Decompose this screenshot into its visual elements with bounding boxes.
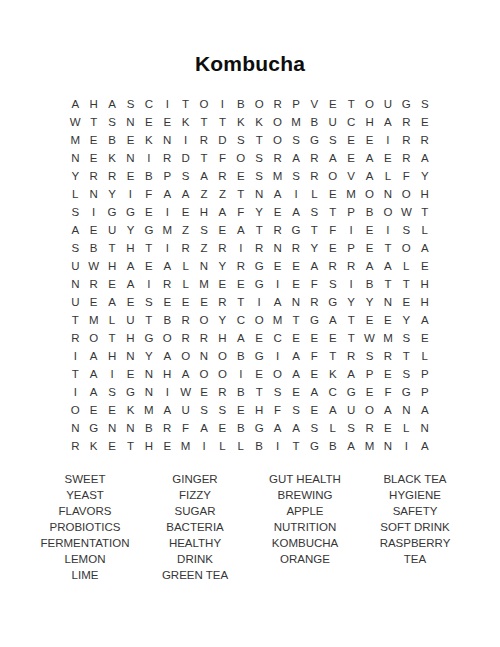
grid-cell-r8c1[interactable]: A xyxy=(66,221,84,239)
grid-cell-r15c12[interactable]: I xyxy=(268,347,286,365)
grid-cell-r12c16[interactable]: Y xyxy=(342,293,360,311)
grid-cell-r2c14[interactable]: B xyxy=(305,113,323,131)
grid-cell-r1c9[interactable]: I xyxy=(213,95,231,113)
grid-cell-r8c13[interactable]: G xyxy=(287,221,305,239)
grid-cell-r4c5[interactable]: I xyxy=(140,149,158,167)
grid-cell-r5c13[interactable]: S xyxy=(287,167,305,185)
grid-cell-r17c20[interactable]: P xyxy=(416,383,434,401)
grid-cell-r3c18[interactable]: I xyxy=(379,131,397,149)
grid-cell-r9c6[interactable]: I xyxy=(158,239,176,257)
grid-cell-r2c20[interactable]: E xyxy=(416,113,434,131)
grid-cell-r6c8[interactable]: Z xyxy=(195,185,213,203)
grid-cell-r15c3[interactable]: H xyxy=(103,347,121,365)
grid-cell-r20c10[interactable]: L xyxy=(232,437,250,455)
grid-cell-r17c18[interactable]: F xyxy=(379,383,397,401)
grid-cell-r7c16[interactable]: P xyxy=(342,203,360,221)
grid-cell-r4c9[interactable]: F xyxy=(213,149,231,167)
grid-cell-r11c19[interactable]: T xyxy=(397,275,415,293)
grid-cell-r6c1[interactable]: L xyxy=(66,185,84,203)
grid-cell-r1c2[interactable]: H xyxy=(84,95,102,113)
grid-cell-r1c6[interactable]: I xyxy=(158,95,176,113)
grid-cell-r7c1[interactable]: S xyxy=(66,203,84,221)
grid-cell-r5c5[interactable]: B xyxy=(140,167,158,185)
grid-cell-r14c16[interactable]: T xyxy=(342,329,360,347)
grid-cell-r11c17[interactable]: B xyxy=(360,275,378,293)
grid-cell-r14c6[interactable]: O xyxy=(158,329,176,347)
grid-cell-r20c18[interactable]: N xyxy=(379,437,397,455)
grid-cell-r3c16[interactable]: E xyxy=(342,131,360,149)
grid-cell-r6c11[interactable]: N xyxy=(250,185,268,203)
grid-cell-r8c18[interactable]: I xyxy=(379,221,397,239)
grid-cell-r16c2[interactable]: A xyxy=(84,365,102,383)
grid-cell-r5c7[interactable]: S xyxy=(176,167,194,185)
grid-cell-r8c2[interactable]: E xyxy=(84,221,102,239)
grid-cell-r12c2[interactable]: E xyxy=(84,293,102,311)
grid-cell-r14c18[interactable]: M xyxy=(379,329,397,347)
grid-cell-r10c17[interactable]: A xyxy=(360,257,378,275)
grid-cell-r3c9[interactable]: D xyxy=(213,131,231,149)
grid-cell-r3c8[interactable]: R xyxy=(195,131,213,149)
grid-cell-r13c18[interactable]: E xyxy=(379,311,397,329)
grid-cell-r16c13[interactable]: A xyxy=(287,365,305,383)
grid-cell-r19c20[interactable]: N xyxy=(416,419,434,437)
grid-cell-r3c19[interactable]: R xyxy=(397,131,415,149)
grid-cell-r11c3[interactable]: E xyxy=(103,275,121,293)
grid-cell-r9c14[interactable]: Y xyxy=(305,239,323,257)
grid-cell-r12c1[interactable]: U xyxy=(66,293,84,311)
grid-cell-r12c6[interactable]: E xyxy=(158,293,176,311)
grid-cell-r16c7[interactable]: A xyxy=(176,365,194,383)
grid-cell-r20c4[interactable]: T xyxy=(121,437,139,455)
grid-cell-r5c18[interactable]: L xyxy=(379,167,397,185)
grid-cell-r2c3[interactable]: S xyxy=(103,113,121,131)
grid-cell-r20c14[interactable]: G xyxy=(305,437,323,455)
grid-cell-r18c6[interactable]: A xyxy=(158,401,176,419)
grid-cell-r7c3[interactable]: G xyxy=(103,203,121,221)
grid-cell-r12c14[interactable]: R xyxy=(305,293,323,311)
grid-cell-r3c3[interactable]: B xyxy=(103,131,121,149)
grid-cell-r2c1[interactable]: W xyxy=(66,113,84,131)
grid-cell-r12c9[interactable]: R xyxy=(213,293,231,311)
grid-cell-r9c12[interactable]: N xyxy=(268,239,286,257)
grid-cell-r2c10[interactable]: K xyxy=(232,113,250,131)
grid-cell-r8c17[interactable]: E xyxy=(360,221,378,239)
grid-cell-r17c3[interactable]: S xyxy=(103,383,121,401)
grid-cell-r4c14[interactable]: R xyxy=(305,149,323,167)
grid-cell-r11c9[interactable]: E xyxy=(213,275,231,293)
grid-cell-r9c16[interactable]: P xyxy=(342,239,360,257)
grid-cell-r16c18[interactable]: E xyxy=(379,365,397,383)
grid-cell-r14c20[interactable]: E xyxy=(416,329,434,347)
grid-cell-r19c8[interactable]: A xyxy=(195,419,213,437)
grid-cell-r16c10[interactable]: I xyxy=(232,365,250,383)
grid-cell-r8c5[interactable]: G xyxy=(140,221,158,239)
grid-cell-r15c2[interactable]: A xyxy=(84,347,102,365)
grid-cell-r15c13[interactable]: A xyxy=(287,347,305,365)
grid-cell-r18c11[interactable]: H xyxy=(250,401,268,419)
grid-cell-r19c5[interactable]: B xyxy=(140,419,158,437)
grid-cell-r20c12[interactable]: I xyxy=(268,437,286,455)
grid-cell-r19c14[interactable]: S xyxy=(305,419,323,437)
grid-cell-r15c1[interactable]: I xyxy=(66,347,84,365)
grid-cell-r8c4[interactable]: Y xyxy=(121,221,139,239)
grid-cell-r6c3[interactable]: Y xyxy=(103,185,121,203)
grid-cell-r20c8[interactable]: I xyxy=(195,437,213,455)
grid-cell-r12c17[interactable]: Y xyxy=(360,293,378,311)
grid-cell-r8c9[interactable]: E xyxy=(213,221,231,239)
grid-cell-r6c2[interactable]: N xyxy=(84,185,102,203)
grid-cell-r17c2[interactable]: A xyxy=(84,383,102,401)
grid-cell-r20c15[interactable]: B xyxy=(324,437,342,455)
grid-cell-r18c14[interactable]: E xyxy=(305,401,323,419)
grid-cell-r20c5[interactable]: H xyxy=(140,437,158,455)
grid-cell-r15c17[interactable]: S xyxy=(360,347,378,365)
grid-cell-r1c10[interactable]: B xyxy=(232,95,250,113)
grid-cell-r11c4[interactable]: A xyxy=(121,275,139,293)
grid-cell-r1c19[interactable]: G xyxy=(397,95,415,113)
grid-cell-r4c3[interactable]: K xyxy=(103,149,121,167)
grid-cell-r7c13[interactable]: A xyxy=(287,203,305,221)
grid-cell-r11c18[interactable]: T xyxy=(379,275,397,293)
grid-cell-r3c15[interactable]: S xyxy=(324,131,342,149)
grid-cell-r4c16[interactable]: E xyxy=(342,149,360,167)
grid-cell-r9c10[interactable]: I xyxy=(232,239,250,257)
grid-cell-r10c9[interactable]: Y xyxy=(213,257,231,275)
grid-cell-r5c16[interactable]: V xyxy=(342,167,360,185)
grid-cell-r16c17[interactable]: P xyxy=(360,365,378,383)
grid-cell-r10c19[interactable]: L xyxy=(397,257,415,275)
grid-cell-r14c9[interactable]: H xyxy=(213,329,231,347)
grid-cell-r7c17[interactable]: B xyxy=(360,203,378,221)
grid-cell-r12c8[interactable]: E xyxy=(195,293,213,311)
grid-cell-r1c13[interactable]: P xyxy=(287,95,305,113)
grid-cell-r5c19[interactable]: F xyxy=(397,167,415,185)
grid-cell-r10c20[interactable]: E xyxy=(416,257,434,275)
grid-cell-r12c15[interactable]: G xyxy=(324,293,342,311)
grid-cell-r15c11[interactable]: G xyxy=(250,347,268,365)
grid-cell-r16c8[interactable]: O xyxy=(195,365,213,383)
grid-cell-r4c17[interactable]: A xyxy=(360,149,378,167)
grid-cell-r7c12[interactable]: E xyxy=(268,203,286,221)
grid-cell-r10c2[interactable]: W xyxy=(84,257,102,275)
grid-cell-r1c17[interactable]: O xyxy=(360,95,378,113)
grid-cell-r1c20[interactable]: S xyxy=(416,95,434,113)
grid-cell-r6c20[interactable]: H xyxy=(416,185,434,203)
grid-cell-r11c1[interactable]: N xyxy=(66,275,84,293)
grid-cell-r15c7[interactable]: O xyxy=(176,347,194,365)
grid-cell-r3c11[interactable]: T xyxy=(250,131,268,149)
grid-cell-r17c19[interactable]: G xyxy=(397,383,415,401)
grid-cell-r16c5[interactable]: N xyxy=(140,365,158,383)
grid-cell-r15c16[interactable]: R xyxy=(342,347,360,365)
grid-cell-r1c12[interactable]: R xyxy=(268,95,286,113)
grid-cell-r20c2[interactable]: K xyxy=(84,437,102,455)
grid-cell-r9c1[interactable]: S xyxy=(66,239,84,257)
grid-cell-r2c19[interactable]: R xyxy=(397,113,415,131)
grid-cell-r4c4[interactable]: N xyxy=(121,149,139,167)
grid-cell-r13c14[interactable]: G xyxy=(305,311,323,329)
grid-cell-r6c6[interactable]: A xyxy=(158,185,176,203)
grid-cell-r13c19[interactable]: Y xyxy=(397,311,415,329)
grid-cell-r11c12[interactable]: I xyxy=(268,275,286,293)
grid-cell-r4c15[interactable]: A xyxy=(324,149,342,167)
grid-cell-r2c17[interactable]: H xyxy=(360,113,378,131)
grid-cell-r8c19[interactable]: S xyxy=(397,221,415,239)
grid-cell-r8c7[interactable]: Z xyxy=(176,221,194,239)
grid-cell-r3c4[interactable]: E xyxy=(121,131,139,149)
grid-cell-r14c17[interactable]: W xyxy=(360,329,378,347)
grid-cell-r14c19[interactable]: S xyxy=(397,329,415,347)
grid-cell-r9c19[interactable]: O xyxy=(397,239,415,257)
grid-cell-r12c18[interactable]: N xyxy=(379,293,397,311)
grid-cell-r10c5[interactable]: E xyxy=(140,257,158,275)
grid-cell-r18c1[interactable]: O xyxy=(66,401,84,419)
grid-cell-r19c12[interactable]: A xyxy=(268,419,286,437)
grid-cell-r16c4[interactable]: E xyxy=(121,365,139,383)
grid-cell-r7c5[interactable]: E xyxy=(140,203,158,221)
grid-cell-r3c1[interactable]: M xyxy=(66,131,84,149)
grid-cell-r20c19[interactable]: I xyxy=(397,437,415,455)
grid-cell-r18c4[interactable]: K xyxy=(121,401,139,419)
grid-cell-r10c14[interactable]: A xyxy=(305,257,323,275)
grid-cell-r10c16[interactable]: R xyxy=(342,257,360,275)
grid-cell-r4c2[interactable]: E xyxy=(84,149,102,167)
grid-cell-r10c4[interactable]: A xyxy=(121,257,139,275)
grid-cell-r14c13[interactable]: E xyxy=(287,329,305,347)
grid-cell-r12c11[interactable]: I xyxy=(250,293,268,311)
grid-cell-r14c11[interactable]: E xyxy=(250,329,268,347)
grid-cell-r10c8[interactable]: N xyxy=(195,257,213,275)
grid-cell-r18c8[interactable]: S xyxy=(195,401,213,419)
grid-cell-r7c8[interactable]: H xyxy=(195,203,213,221)
grid-cell-r15c5[interactable]: Y xyxy=(140,347,158,365)
grid-cell-r10c12[interactable]: E xyxy=(268,257,286,275)
grid-cell-r16c15[interactable]: K xyxy=(324,365,342,383)
grid-cell-r11c13[interactable]: E xyxy=(287,275,305,293)
grid-cell-r7c11[interactable]: Y xyxy=(250,203,268,221)
grid-cell-r10c1[interactable]: U xyxy=(66,257,84,275)
grid-cell-r2c16[interactable]: C xyxy=(342,113,360,131)
grid-cell-r17c11[interactable]: T xyxy=(250,383,268,401)
grid-cell-r9c8[interactable]: Z xyxy=(195,239,213,257)
grid-cell-r11c16[interactable]: I xyxy=(342,275,360,293)
grid-cell-r18c16[interactable]: U xyxy=(342,401,360,419)
grid-cell-r19c10[interactable]: B xyxy=(232,419,250,437)
grid-cell-r7c9[interactable]: A xyxy=(213,203,231,221)
grid-cell-r18c19[interactable]: N xyxy=(397,401,415,419)
grid-cell-r20c13[interactable]: T xyxy=(287,437,305,455)
grid-cell-r11c11[interactable]: G xyxy=(250,275,268,293)
grid-cell-r10c6[interactable]: A xyxy=(158,257,176,275)
grid-cell-r13c2[interactable]: M xyxy=(84,311,102,329)
grid-cell-r3c14[interactable]: G xyxy=(305,131,323,149)
grid-cell-r7c10[interactable]: F xyxy=(232,203,250,221)
grid-cell-r10c3[interactable]: H xyxy=(103,257,121,275)
grid-cell-r9c20[interactable]: A xyxy=(416,239,434,257)
grid-cell-r1c14[interactable]: V xyxy=(305,95,323,113)
grid-cell-r12c19[interactable]: E xyxy=(397,293,415,311)
grid-cell-r13c10[interactable]: C xyxy=(232,311,250,329)
grid-cell-r20c11[interactable]: B xyxy=(250,437,268,455)
grid-cell-r15c15[interactable]: T xyxy=(324,347,342,365)
grid-cell-r1c15[interactable]: E xyxy=(324,95,342,113)
grid-cell-r6c19[interactable]: O xyxy=(397,185,415,203)
grid-cell-r16c16[interactable]: A xyxy=(342,365,360,383)
grid-cell-r9c7[interactable]: R xyxy=(176,239,194,257)
grid-cell-r16c3[interactable]: I xyxy=(103,365,121,383)
grid-cell-r9c2[interactable]: B xyxy=(84,239,102,257)
grid-cell-r17c5[interactable]: N xyxy=(140,383,158,401)
grid-cell-r5c6[interactable]: P xyxy=(158,167,176,185)
grid-cell-r16c1[interactable]: T xyxy=(66,365,84,383)
grid-cell-r17c14[interactable]: A xyxy=(305,383,323,401)
grid-cell-r3c5[interactable]: K xyxy=(140,131,158,149)
grid-cell-r15c18[interactable]: R xyxy=(379,347,397,365)
grid-cell-r12c4[interactable]: E xyxy=(121,293,139,311)
grid-cell-r15c6[interactable]: A xyxy=(158,347,176,365)
grid-cell-r15c4[interactable]: N xyxy=(121,347,139,365)
grid-cell-r16c20[interactable]: P xyxy=(416,365,434,383)
grid-cell-r13c16[interactable]: T xyxy=(342,311,360,329)
grid-cell-r9c13[interactable]: R xyxy=(287,239,305,257)
grid-cell-r13c8[interactable]: O xyxy=(195,311,213,329)
grid-cell-r20c1[interactable]: R xyxy=(66,437,84,455)
grid-cell-r6c15[interactable]: E xyxy=(324,185,342,203)
grid-cell-r19c2[interactable]: G xyxy=(84,419,102,437)
grid-cell-r2c11[interactable]: K xyxy=(250,113,268,131)
grid-cell-r2c13[interactable]: M xyxy=(287,113,305,131)
grid-cell-r19c4[interactable]: N xyxy=(121,419,139,437)
grid-cell-r13c6[interactable]: B xyxy=(158,311,176,329)
grid-cell-r1c4[interactable]: S xyxy=(121,95,139,113)
grid-cell-r17c13[interactable]: E xyxy=(287,383,305,401)
grid-cell-r3c13[interactable]: S xyxy=(287,131,305,149)
grid-cell-r9c15[interactable]: E xyxy=(324,239,342,257)
grid-cell-r2c4[interactable]: N xyxy=(121,113,139,131)
grid-cell-r8c12[interactable]: R xyxy=(268,221,286,239)
grid-cell-r4c1[interactable]: N xyxy=(66,149,84,167)
grid-cell-r5c8[interactable]: A xyxy=(195,167,213,185)
grid-cell-r17c1[interactable]: I xyxy=(66,383,84,401)
grid-cell-r6c9[interactable]: Z xyxy=(213,185,231,203)
grid-cell-r6c14[interactable]: L xyxy=(305,185,323,203)
grid-cell-r7c18[interactable]: O xyxy=(379,203,397,221)
grid-cell-r4c13[interactable]: A xyxy=(287,149,305,167)
grid-cell-r18c20[interactable]: A xyxy=(416,401,434,419)
grid-cell-r6c7[interactable]: A xyxy=(176,185,194,203)
grid-cell-r4c7[interactable]: D xyxy=(176,149,194,167)
grid-cell-r4c8[interactable]: T xyxy=(195,149,213,167)
grid-cell-r13c20[interactable]: A xyxy=(416,311,434,329)
grid-cell-r9c5[interactable]: T xyxy=(140,239,158,257)
grid-cell-r16c12[interactable]: O xyxy=(268,365,286,383)
grid-cell-r4c11[interactable]: S xyxy=(250,149,268,167)
grid-cell-r17c7[interactable]: W xyxy=(176,383,194,401)
grid-cell-r18c5[interactable]: M xyxy=(140,401,158,419)
grid-cell-r8c20[interactable]: L xyxy=(416,221,434,239)
grid-cell-r13c12[interactable]: M xyxy=(268,311,286,329)
grid-cell-r12c7[interactable]: E xyxy=(176,293,194,311)
grid-cell-r3c6[interactable]: N xyxy=(158,131,176,149)
grid-cell-r17c17[interactable]: E xyxy=(360,383,378,401)
grid-cell-r7c14[interactable]: S xyxy=(305,203,323,221)
grid-cell-r19c3[interactable]: N xyxy=(103,419,121,437)
grid-cell-r11c8[interactable]: M xyxy=(195,275,213,293)
grid-cell-r14c3[interactable]: T xyxy=(103,329,121,347)
grid-cell-r2c15[interactable]: U xyxy=(324,113,342,131)
grid-cell-r6c5[interactable]: F xyxy=(140,185,158,203)
grid-cell-r3c2[interactable]: E xyxy=(84,131,102,149)
grid-cell-r1c3[interactable]: A xyxy=(103,95,121,113)
grid-cell-r4c19[interactable]: R xyxy=(397,149,415,167)
grid-cell-r1c16[interactable]: T xyxy=(342,95,360,113)
grid-cell-r15c20[interactable]: L xyxy=(416,347,434,365)
grid-cell-r5c17[interactable]: A xyxy=(360,167,378,185)
grid-cell-r14c10[interactable]: A xyxy=(232,329,250,347)
grid-cell-r11c20[interactable]: H xyxy=(416,275,434,293)
grid-cell-r20c6[interactable]: E xyxy=(158,437,176,455)
grid-cell-r15c19[interactable]: T xyxy=(397,347,415,365)
grid-cell-r5c1[interactable]: Y xyxy=(66,167,84,185)
grid-cell-r6c12[interactable]: A xyxy=(268,185,286,203)
grid-cell-r20c16[interactable]: A xyxy=(342,437,360,455)
grid-cell-r6c17[interactable]: O xyxy=(360,185,378,203)
grid-cell-r1c18[interactable]: U xyxy=(379,95,397,113)
grid-cell-r4c18[interactable]: E xyxy=(379,149,397,167)
grid-cell-r13c4[interactable]: U xyxy=(121,311,139,329)
grid-cell-r5c11[interactable]: S xyxy=(250,167,268,185)
grid-cell-r2c8[interactable]: T xyxy=(195,113,213,131)
grid-cell-r5c20[interactable]: Y xyxy=(416,167,434,185)
grid-cell-r11c14[interactable]: F xyxy=(305,275,323,293)
grid-cell-r13c5[interactable]: T xyxy=(140,311,158,329)
grid-cell-r2c6[interactable]: E xyxy=(158,113,176,131)
grid-cell-r13c15[interactable]: A xyxy=(324,311,342,329)
grid-cell-r2c18[interactable]: A xyxy=(379,113,397,131)
grid-cell-r18c12[interactable]: F xyxy=(268,401,286,419)
grid-cell-r17c9[interactable]: R xyxy=(213,383,231,401)
grid-cell-r3c12[interactable]: O xyxy=(268,131,286,149)
grid-cell-r4c10[interactable]: O xyxy=(232,149,250,167)
grid-cell-r11c7[interactable]: L xyxy=(176,275,194,293)
grid-cell-r16c11[interactable]: E xyxy=(250,365,268,383)
grid-cell-r13c3[interactable]: L xyxy=(103,311,121,329)
grid-cell-r19c6[interactable]: R xyxy=(158,419,176,437)
grid-cell-r12c3[interactable]: A xyxy=(103,293,121,311)
grid-cell-r8c3[interactable]: U xyxy=(103,221,121,239)
grid-cell-r7c4[interactable]: G xyxy=(121,203,139,221)
grid-cell-r6c16[interactable]: M xyxy=(342,185,360,203)
grid-cell-r12c12[interactable]: A xyxy=(268,293,286,311)
grid-cell-r9c4[interactable]: H xyxy=(121,239,139,257)
grid-cell-r18c15[interactable]: A xyxy=(324,401,342,419)
grid-cell-r19c13[interactable]: A xyxy=(287,419,305,437)
grid-cell-r5c12[interactable]: M xyxy=(268,167,286,185)
grid-cell-r3c17[interactable]: E xyxy=(360,131,378,149)
grid-cell-r7c6[interactable]: I xyxy=(158,203,176,221)
grid-cell-r10c13[interactable]: E xyxy=(287,257,305,275)
grid-cell-r17c10[interactable]: B xyxy=(232,383,250,401)
grid-cell-r3c20[interactable]: R xyxy=(416,131,434,149)
grid-cell-r15c9[interactable]: O xyxy=(213,347,231,365)
grid-cell-r9c11[interactable]: R xyxy=(250,239,268,257)
grid-cell-r14c4[interactable]: H xyxy=(121,329,139,347)
grid-cell-r5c14[interactable]: R xyxy=(305,167,323,185)
grid-cell-r14c15[interactable]: E xyxy=(324,329,342,347)
grid-cell-r13c1[interactable]: T xyxy=(66,311,84,329)
grid-cell-r18c13[interactable]: S xyxy=(287,401,305,419)
grid-cell-r5c9[interactable]: R xyxy=(213,167,231,185)
